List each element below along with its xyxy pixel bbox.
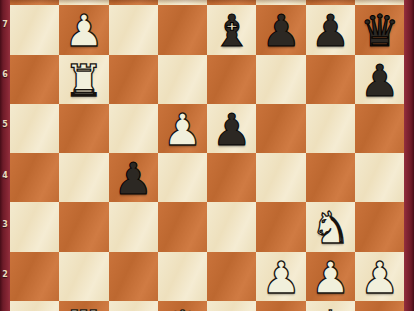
square-d4 [158, 153, 207, 202]
square-c3 [109, 202, 158, 251]
piece-white-pawn-d5: ♟ [163, 105, 202, 154]
square-f5 [256, 104, 305, 153]
chessboard: ♚♟♝♟♟♛♜♟♟♟♟♞♟♟♟♜♛♚ [10, 0, 404, 311]
piece-black-queen-h7: ♛ [360, 6, 399, 55]
square-a5 [10, 104, 59, 153]
square-d7 [158, 5, 207, 54]
square-d2 [158, 252, 207, 301]
square-f4 [256, 153, 305, 202]
square-e1 [207, 301, 256, 311]
square-c6 [109, 55, 158, 104]
chess-diagram: ♚♟♝♟♟♛♜♟♟♟♟♞♟♟♟♜♛♚ 765432 [0, 0, 414, 311]
square-c4: ♟ [109, 153, 158, 202]
square-a3 [10, 202, 59, 251]
square-e2 [207, 252, 256, 301]
square-g1: ♚ [306, 301, 355, 311]
piece-white-pawn-f2: ♟ [261, 253, 300, 302]
square-b2 [59, 252, 108, 301]
square-f7: ♟ [256, 5, 305, 54]
square-d3 [158, 202, 207, 251]
square-g4 [306, 153, 355, 202]
square-g7: ♟ [306, 5, 355, 54]
rank-label-7: 7 [0, 20, 10, 30]
square-a2 [10, 252, 59, 301]
piece-white-pawn-g2: ♟ [311, 253, 350, 302]
rank-label-4: 4 [0, 171, 10, 181]
square-g2: ♟ [306, 252, 355, 301]
piece-black-pawn-g7: ♟ [311, 6, 350, 55]
square-d5: ♟ [158, 104, 207, 153]
square-f1 [256, 301, 305, 311]
piece-white-pawn-h2: ♟ [360, 253, 399, 302]
piece-black-pawn-h6: ♟ [360, 56, 399, 105]
piece-black-bishop-e7: ♝ [212, 6, 251, 55]
square-c1 [109, 301, 158, 311]
square-h4 [355, 153, 404, 202]
square-e6 [207, 55, 256, 104]
square-b3 [59, 202, 108, 251]
piece-white-king-g1: ♚ [311, 302, 350, 311]
piece-black-pawn-e5: ♟ [212, 105, 251, 154]
square-g5 [306, 104, 355, 153]
piece-white-rook-b1: ♜ [64, 302, 103, 311]
square-c5 [109, 104, 158, 153]
square-e5: ♟ [207, 104, 256, 153]
square-e3 [207, 202, 256, 251]
piece-black-pawn-f7: ♟ [261, 6, 300, 55]
rank-label-5: 5 [0, 120, 10, 130]
square-c7 [109, 5, 158, 54]
piece-white-rook-b6: ♜ [64, 56, 103, 105]
square-a6 [10, 55, 59, 104]
square-b4 [59, 153, 108, 202]
square-b5 [59, 104, 108, 153]
square-d1: ♛ [158, 301, 207, 311]
square-d6 [158, 55, 207, 104]
rank-label-2: 2 [0, 270, 10, 280]
square-c2 [109, 252, 158, 301]
square-f2: ♟ [256, 252, 305, 301]
square-a4 [10, 153, 59, 202]
piece-black-pawn-c4: ♟ [114, 154, 153, 203]
board-frame-left [0, 0, 10, 311]
square-b7: ♟ [59, 5, 108, 54]
rank-label-6: 6 [0, 70, 10, 80]
square-h2: ♟ [355, 252, 404, 301]
piece-white-pawn-b7: ♟ [64, 6, 103, 55]
square-a1 [10, 301, 59, 311]
piece-white-knight-g3: ♞ [311, 203, 350, 252]
square-g3: ♞ [306, 202, 355, 251]
square-b6: ♜ [59, 55, 108, 104]
square-e4 [207, 153, 256, 202]
rank-label-3: 3 [0, 220, 10, 230]
piece-white-queen-d1: ♛ [163, 302, 202, 311]
square-h3 [355, 202, 404, 251]
square-e7: ♝ [207, 5, 256, 54]
square-f6 [256, 55, 305, 104]
square-a7 [10, 5, 59, 54]
square-g6 [306, 55, 355, 104]
board-frame-right [404, 0, 414, 311]
square-b1: ♜ [59, 301, 108, 311]
square-h5 [355, 104, 404, 153]
square-h7: ♛ [355, 5, 404, 54]
square-h6: ♟ [355, 55, 404, 104]
square-f3 [256, 202, 305, 251]
square-h1 [355, 301, 404, 311]
